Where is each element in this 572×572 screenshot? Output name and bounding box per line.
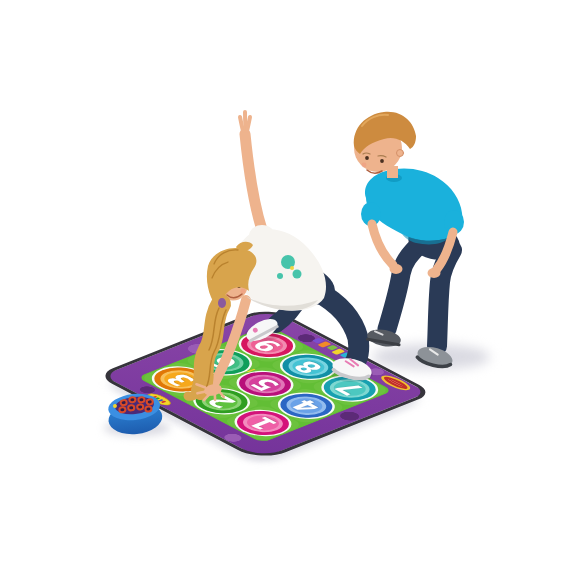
pad-number: 5 [245,375,285,393]
pad-number: 1 [243,414,283,432]
product-photo: 9 8 7 6 5 4 3 2 1 [0,0,572,572]
pad-number: 6 [204,353,244,371]
boy-figure [354,112,464,371]
boy-jeans [387,220,463,346]
children-overlay [0,0,572,572]
boy-arms [372,224,453,278]
boy-shirt [361,169,464,245]
pad-number: 3 [160,371,200,389]
boy-hair [354,112,416,154]
boy-head [354,112,416,178]
pad-number: 7 [330,380,370,398]
dance-mat: 9 8 7 6 5 4 3 2 1 [96,306,435,462]
girl-shirt-print [277,255,302,279]
girl-shirt [233,225,326,311]
pad-number: 9 [247,336,287,354]
girl-raised-arm [245,134,262,230]
girl-head [218,268,248,301]
pad-number: 8 [289,358,329,376]
boy-floor-shadow [372,344,490,370]
music-controller [106,391,164,438]
pad-number: 2 [202,392,242,410]
pad-number: 4 [287,397,327,415]
